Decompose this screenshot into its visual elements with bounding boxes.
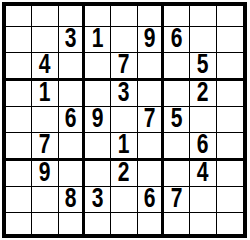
cell-r3c4[interactable] — [85, 53, 111, 81]
given-digit: 4 — [197, 159, 209, 186]
cell-r1c2[interactable] — [32, 6, 58, 27]
cell-r6c6[interactable] — [138, 133, 164, 161]
cell-r7c2[interactable]: 9 — [32, 161, 58, 187]
given-digit: 7 — [39, 131, 51, 158]
given-digit: 6 — [197, 131, 209, 158]
cell-r9c6[interactable] — [138, 213, 164, 234]
given-digit: 2 — [118, 159, 130, 186]
cell-r8c3[interactable]: 8 — [59, 187, 85, 213]
cell-r8c7[interactable]: 7 — [164, 187, 190, 213]
given-digit: 1 — [118, 131, 130, 158]
cell-r5c9[interactable] — [217, 107, 243, 133]
cell-r4c1[interactable] — [6, 81, 32, 107]
cell-r3c7[interactable] — [164, 53, 190, 81]
cell-r9c5[interactable] — [111, 213, 137, 234]
cell-r8c2[interactable] — [32, 187, 58, 213]
given-digit: 5 — [197, 51, 209, 78]
cell-r2c6[interactable]: 9 — [138, 27, 164, 53]
given-digit: 5 — [171, 105, 183, 132]
cell-r7c5[interactable]: 2 — [111, 161, 137, 187]
cell-r5c6[interactable]: 7 — [138, 107, 164, 133]
cell-r2c7[interactable]: 6 — [164, 27, 190, 53]
given-digit: 9 — [39, 159, 51, 186]
given-digit: 6 — [64, 105, 76, 132]
cell-r2c3[interactable]: 3 — [59, 27, 85, 53]
cell-r8c4[interactable]: 3 — [85, 187, 111, 213]
given-digit: 9 — [92, 105, 104, 132]
given-digit: 7 — [171, 185, 183, 212]
cell-r3c6[interactable] — [138, 53, 164, 81]
cell-r6c3[interactable] — [59, 133, 85, 161]
cell-r6c7[interactable] — [164, 133, 190, 161]
given-digit: 6 — [171, 25, 183, 52]
cell-r5c4[interactable]: 9 — [85, 107, 111, 133]
cell-r3c3[interactable] — [59, 53, 85, 81]
cell-r6c9[interactable] — [217, 133, 243, 161]
cell-r9c1[interactable] — [6, 213, 32, 234]
sudoku-puzzle-screen: 319647513269757169248367 — [0, 0, 250, 240]
cell-r9c9[interactable] — [217, 213, 243, 234]
cell-r9c4[interactable] — [85, 213, 111, 234]
cell-r2c1[interactable] — [6, 27, 32, 53]
cell-r7c8[interactable]: 4 — [190, 161, 216, 187]
cell-r4c5[interactable]: 3 — [111, 81, 137, 107]
cell-r5c3[interactable]: 6 — [59, 107, 85, 133]
given-digit: 1 — [39, 79, 51, 106]
given-digit: 7 — [118, 51, 130, 78]
cell-r9c2[interactable] — [32, 213, 58, 234]
given-digit: 1 — [92, 25, 104, 52]
given-digit: 6 — [143, 185, 155, 212]
cell-r8c9[interactable] — [217, 187, 243, 213]
cell-r1c1[interactable] — [6, 6, 32, 27]
given-digit: 2 — [197, 79, 209, 106]
given-digit: 9 — [143, 25, 155, 52]
given-digit: 3 — [92, 185, 104, 212]
cell-r9c8[interactable] — [190, 213, 216, 234]
cell-r9c3[interactable] — [59, 213, 85, 234]
given-digit: 3 — [118, 79, 130, 106]
cell-r4c2[interactable]: 1 — [32, 81, 58, 107]
cell-r3c9[interactable] — [217, 53, 243, 81]
cell-r5c7[interactable]: 5 — [164, 107, 190, 133]
cell-r7c9[interactable] — [217, 161, 243, 187]
sudoku-board: 319647513269757169248367 — [2, 2, 247, 238]
given-digit: 4 — [39, 51, 51, 78]
cell-r9c7[interactable] — [164, 213, 190, 234]
cell-r6c4[interactable] — [85, 133, 111, 161]
cell-r8c6[interactable]: 6 — [138, 187, 164, 213]
cell-r2c4[interactable]: 1 — [85, 27, 111, 53]
cell-r1c5[interactable] — [111, 6, 137, 27]
cell-r8c5[interactable] — [111, 187, 137, 213]
cell-r6c1[interactable] — [6, 133, 32, 161]
cell-r2c9[interactable] — [217, 27, 243, 53]
cell-r4c8[interactable]: 2 — [190, 81, 216, 107]
cell-r1c8[interactable] — [190, 6, 216, 27]
cell-r5c1[interactable] — [6, 107, 32, 133]
given-digit: 3 — [64, 25, 76, 52]
cell-r7c1[interactable] — [6, 161, 32, 187]
cell-r8c1[interactable] — [6, 187, 32, 213]
cell-r1c9[interactable] — [217, 6, 243, 27]
cell-r4c9[interactable] — [217, 81, 243, 107]
cell-r8c8[interactable] — [190, 187, 216, 213]
given-digit: 7 — [143, 105, 155, 132]
given-digit: 8 — [64, 185, 76, 212]
cell-r3c1[interactable] — [6, 53, 32, 81]
